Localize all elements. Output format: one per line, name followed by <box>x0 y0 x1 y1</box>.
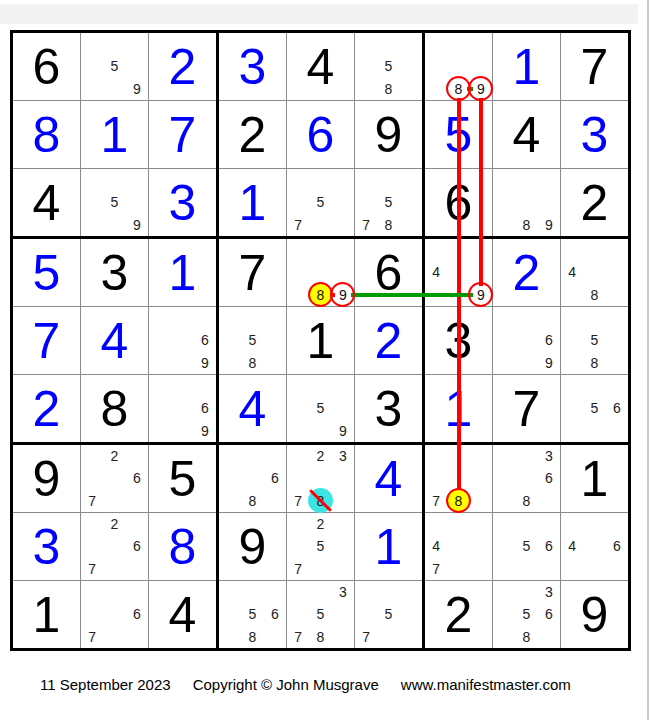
cell-r6c5[interactable]: 59 <box>287 375 354 442</box>
cell-r8c8[interactable]: 56 <box>493 513 560 580</box>
candidate-r7c5-3: 3 <box>332 445 354 467</box>
cell-r5c6[interactable]: 2 <box>355 307 422 374</box>
cell-r8c3[interactable]: 8 <box>149 513 216 580</box>
candidate-r9c5-8: 8 <box>309 626 331 648</box>
candidate-r8c7-4: 4 <box>425 535 447 557</box>
candidate-r9c5-5: 5 <box>309 603 331 625</box>
candidate-r7c7-7: 7 <box>425 490 447 512</box>
cell-r9c9[interactable]: 9 <box>561 581 628 648</box>
candidate-r7c8-3: 3 <box>538 445 560 467</box>
candidate-r3c8-9: 9 <box>538 214 560 236</box>
cell-r9c3[interactable]: 4 <box>149 581 216 648</box>
candidate-r5c9-8: 8 <box>583 352 605 374</box>
cell-r2c3[interactable]: 7 <box>149 101 216 168</box>
candidate-r8c5-5: 5 <box>309 535 331 557</box>
candidate-r9c6-7: 7 <box>355 626 377 648</box>
cell-r4c8[interactable]: 2 <box>493 239 560 306</box>
cell-r6c3[interactable]: 69 <box>149 375 216 442</box>
cell-r8c6[interactable]: 1 <box>355 513 422 580</box>
cell-r8c2[interactable]: 267 <box>81 513 148 580</box>
candidate-r9c2-6: 6 <box>126 603 148 625</box>
cell-r6c4[interactable]: 4 <box>219 375 286 442</box>
cell-r8c5[interactable]: 257 <box>287 513 354 580</box>
cell-r8c4[interactable]: 9 <box>219 513 286 580</box>
candidate-r4c9-8: 8 <box>583 284 605 306</box>
candidate-r7c2-6: 6 <box>126 467 148 489</box>
candidate-r3c8-8: 8 <box>515 214 537 236</box>
cell-r9c7[interactable]: 2 <box>425 581 492 648</box>
cell-r3c3[interactable]: 3 <box>149 169 216 236</box>
cell-r5c4[interactable]: 58 <box>219 307 286 374</box>
cell-r4c4[interactable]: 7 <box>219 239 286 306</box>
candidate-r9c4-6: 6 <box>264 603 286 625</box>
candidate-r8c2-2: 2 <box>103 513 125 535</box>
cell-r6c8[interactable]: 7 <box>493 375 560 442</box>
candidate-r9c8-5: 5 <box>515 603 537 625</box>
cell-r1c2[interactable]: 59 <box>81 33 148 100</box>
cell-r5c2[interactable]: 4 <box>81 307 148 374</box>
cell-r9c6[interactable]: 57 <box>355 581 422 648</box>
candidate-r1c6-8: 8 <box>377 78 399 100</box>
cell-r5c7[interactable]: 3 <box>425 307 492 374</box>
cell-r1c5[interactable]: 4 <box>287 33 354 100</box>
candidate-r8c7-7: 7 <box>425 558 447 580</box>
candidate-r6c9-5: 5 <box>583 397 605 419</box>
cell-r2c6[interactable]: 9 <box>355 101 422 168</box>
candidate-r5c8-9: 9 <box>538 352 560 374</box>
cell-r5c9[interactable]: 58 <box>561 307 628 374</box>
candidate-r8c8-6: 6 <box>538 535 560 557</box>
cell-r4c1[interactable]: 5 <box>13 239 80 306</box>
candidate-r8c9-4: 4 <box>561 535 583 557</box>
candidate-r5c4-5: 5 <box>241 329 263 351</box>
candidate-r3c6-8: 8 <box>377 214 399 236</box>
cell-r2c8[interactable]: 4 <box>493 101 560 168</box>
cell-r5c3[interactable]: 69 <box>149 307 216 374</box>
cell-r1c6[interactable]: 58 <box>355 33 422 100</box>
candidate-r8c2-6: 6 <box>126 535 148 557</box>
cell-r3c5[interactable]: 57 <box>287 169 354 236</box>
cell-r1c8[interactable]: 1 <box>493 33 560 100</box>
cell-r2c7[interactable]: 5 <box>425 101 492 168</box>
candidate-r6c5-9: 9 <box>332 420 354 442</box>
cell-r3c9[interactable]: 2 <box>561 169 628 236</box>
cell-r3c6[interactable]: 578 <box>355 169 422 236</box>
cell-r9c4[interactable]: 568 <box>219 581 286 648</box>
cell-r1c3[interactable]: 2 <box>149 33 216 100</box>
candidate-r8c9-6: 6 <box>606 535 628 557</box>
footer: 11 September 2023 Copyright © John Musgr… <box>40 676 571 693</box>
cell-r7c8[interactable]: 368 <box>493 445 560 512</box>
candidate-r9c4-8: 8 <box>241 626 263 648</box>
page-top-band <box>0 4 638 24</box>
board: 6592345817817269543459315757868925317642… <box>10 30 631 651</box>
candidate-r8c5-7: 7 <box>287 558 309 580</box>
candidate-r8c2-7: 7 <box>81 558 103 580</box>
candidate-r3c2-9: 9 <box>126 214 148 236</box>
candidate-r7c2-7: 7 <box>81 490 103 512</box>
candidate-r7c2-2: 2 <box>103 445 125 467</box>
cell-r7c9[interactable]: 1 <box>561 445 628 512</box>
candidate-r9c5-3: 3 <box>332 581 354 603</box>
cell-r4c5[interactable] <box>287 239 354 306</box>
candidate-r6c5-5: 5 <box>309 397 331 419</box>
cell-r4c2[interactable]: 3 <box>81 239 148 306</box>
cell-r9c2[interactable]: 67 <box>81 581 148 648</box>
candidate-r5c8-6: 6 <box>538 329 560 351</box>
candidate-r9c6-5: 5 <box>377 603 399 625</box>
candidate-r3c5-7: 7 <box>287 214 309 236</box>
candidate-r3c5-5: 5 <box>309 191 331 213</box>
candidate-r3c6-5: 5 <box>377 191 399 213</box>
cell-r3c4[interactable]: 1 <box>219 169 286 236</box>
cell-r2c2[interactable]: 1 <box>81 101 148 168</box>
cell-r5c8[interactable]: 69 <box>493 307 560 374</box>
candidate-r3c2-5: 5 <box>103 191 125 213</box>
cell-r4c7[interactable]: 4 <box>425 239 492 306</box>
cell-r7c6[interactable]: 4 <box>355 445 422 512</box>
cell-r7c2[interactable]: 267 <box>81 445 148 512</box>
cell-r6c1[interactable]: 2 <box>13 375 80 442</box>
candidate-r6c3-9: 9 <box>194 420 216 442</box>
candidate-r6c3-6: 6 <box>194 397 216 419</box>
cell-r3c1[interactable]: 4 <box>13 169 80 236</box>
cell-r8c9[interactable]: 46 <box>561 513 628 580</box>
cell-r8c1[interactable]: 3 <box>13 513 80 580</box>
candidate-r9c5-7: 7 <box>287 626 309 648</box>
cell-r3c2[interactable]: 59 <box>81 169 148 236</box>
cell-r6c6[interactable]: 3 <box>355 375 422 442</box>
cell-r9c5[interactable]: 3578 <box>287 581 354 648</box>
candidate-r1c2-5: 5 <box>103 55 125 77</box>
cell-r4c6[interactable]: 6 <box>355 239 422 306</box>
candidate-r5c3-9: 9 <box>194 352 216 374</box>
cell-r7c5[interactable]: 237 <box>287 445 354 512</box>
candidate-r8c8-5: 5 <box>515 535 537 557</box>
cell-r6c2[interactable]: 8 <box>81 375 148 442</box>
candidate-r5c3-6: 6 <box>194 329 216 351</box>
cell-r7c7[interactable]: 7 <box>425 445 492 512</box>
candidate-r7c8-8: 8 <box>515 490 537 512</box>
footer-copyright: Copyright © John Musgrave <box>193 676 379 693</box>
cell-r3c7[interactable]: 6 <box>425 169 492 236</box>
cell-r2c4[interactable]: 2 <box>219 101 286 168</box>
candidate-r7c5-7: 7 <box>287 490 309 512</box>
candidate-r3c6-7: 7 <box>355 214 377 236</box>
candidate-r6c9-6: 6 <box>606 397 628 419</box>
candidate-r7c4-8: 8 <box>241 490 263 512</box>
cell-r1c4[interactable]: 3 <box>219 33 286 100</box>
candidate-r7c8-6: 6 <box>538 467 560 489</box>
candidate-r1c2-9: 9 <box>126 78 148 100</box>
footer-date: 11 September 2023 <box>40 676 171 693</box>
candidate-r8c5-2: 2 <box>309 513 331 535</box>
cell-r9c8[interactable]: 3568 <box>493 581 560 648</box>
candidate-r9c4-5: 5 <box>241 603 263 625</box>
cell-r8c7[interactable]: 47 <box>425 513 492 580</box>
candidate-r5c4-8: 8 <box>241 352 263 374</box>
cell-r6c9[interactable]: 56 <box>561 375 628 442</box>
cell-r1c7[interactable] <box>425 33 492 100</box>
page-right-border <box>647 0 649 720</box>
cell-r2c9[interactable]: 3 <box>561 101 628 168</box>
cell-r2c5[interactable]: 6 <box>287 101 354 168</box>
candidate-r9c8-6: 6 <box>538 603 560 625</box>
candidate-r1c6-5: 5 <box>377 55 399 77</box>
candidate-r9c8-8: 8 <box>515 626 537 648</box>
cell-r6c7[interactable]: 1 <box>425 375 492 442</box>
cell-r4c3[interactable]: 1 <box>149 239 216 306</box>
cell-r5c5[interactable]: 1 <box>287 307 354 374</box>
cell-r9c1[interactable]: 1 <box>13 581 80 648</box>
candidate-r4c9-4: 4 <box>561 261 583 283</box>
cell-r3c8[interactable]: 89 <box>493 169 560 236</box>
candidate-r9c8-3: 3 <box>538 581 560 603</box>
cell-r1c9[interactable]: 7 <box>561 33 628 100</box>
footer-website: www.manifestmaster.com <box>401 676 571 693</box>
candidate-r9c2-7: 7 <box>81 626 103 648</box>
cell-r4c9[interactable]: 48 <box>561 239 628 306</box>
candidate-r7c5-2: 2 <box>309 445 331 467</box>
cell-r7c3[interactable]: 5 <box>149 445 216 512</box>
cell-r7c4[interactable]: 68 <box>219 445 286 512</box>
candidate-r5c9-5: 5 <box>583 329 605 351</box>
cell-r2c1[interactable]: 8 <box>13 101 80 168</box>
cell-r1c1[interactable]: 6 <box>13 33 80 100</box>
cell-r5c1[interactable]: 7 <box>13 307 80 374</box>
candidate-r4c7-4: 4 <box>425 261 447 283</box>
candidate-r7c4-6: 6 <box>264 467 286 489</box>
cell-r7c1[interactable]: 9 <box>13 445 80 512</box>
